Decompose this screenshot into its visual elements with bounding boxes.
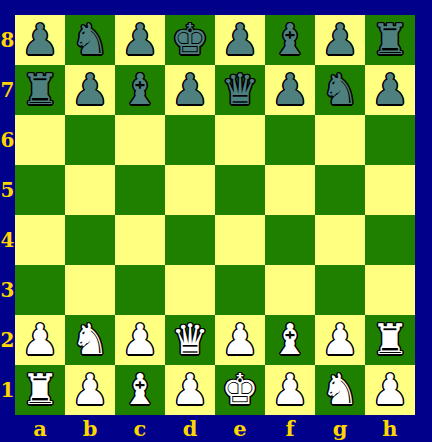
piece-white-pawn[interactable]: ♟: [21, 315, 59, 365]
square-e7[interactable]: ♛: [215, 65, 265, 115]
square-e1[interactable]: ♚: [215, 365, 265, 415]
square-h2[interactable]: ♜: [365, 315, 415, 365]
square-f8[interactable]: ♝: [265, 15, 315, 65]
square-d8[interactable]: ♚: [165, 15, 215, 65]
square-b2[interactable]: ♞: [65, 315, 115, 365]
square-h3[interactable]: [365, 265, 415, 315]
file-label-c: c: [115, 415, 165, 442]
square-a8[interactable]: ♟: [15, 15, 65, 65]
file-label-d: d: [165, 415, 215, 442]
square-e3[interactable]: [215, 265, 265, 315]
piece-black-king[interactable]: ♚: [171, 15, 209, 65]
square-d5[interactable]: [165, 165, 215, 215]
square-b1[interactable]: ♟: [65, 365, 115, 415]
piece-black-pawn[interactable]: ♟: [321, 15, 359, 65]
square-f7[interactable]: ♟: [265, 65, 315, 115]
square-a3[interactable]: [15, 265, 65, 315]
square-f3[interactable]: [265, 265, 315, 315]
square-a4[interactable]: [15, 215, 65, 265]
square-f5[interactable]: [265, 165, 315, 215]
piece-white-bishop[interactable]: ♝: [121, 365, 159, 415]
square-f4[interactable]: [265, 215, 315, 265]
square-c4[interactable]: [115, 215, 165, 265]
piece-white-queen[interactable]: ♛: [171, 315, 209, 365]
chess-board-frame: 87654321 ♟♞♟♚♟♝♟♜♜♟♝♟♛♟♞♟♟♞♟♛♟♝♟♜♜♟♝♟♚♟♞…: [0, 0, 432, 442]
square-a7[interactable]: ♜: [15, 65, 65, 115]
file-labels: abcdefgh: [15, 415, 415, 442]
square-d7[interactable]: ♟: [165, 65, 215, 115]
square-g2[interactable]: ♟: [315, 315, 365, 365]
file-label-e: e: [215, 415, 265, 442]
piece-white-pawn[interactable]: ♟: [171, 365, 209, 415]
piece-white-pawn[interactable]: ♟: [271, 365, 309, 415]
piece-black-queen[interactable]: ♛: [221, 65, 259, 115]
square-h4[interactable]: [365, 215, 415, 265]
square-e2[interactable]: ♟: [215, 315, 265, 365]
square-h1[interactable]: ♟: [365, 365, 415, 415]
piece-black-pawn[interactable]: ♟: [271, 65, 309, 115]
piece-white-pawn[interactable]: ♟: [221, 315, 259, 365]
square-b8[interactable]: ♞: [65, 15, 115, 65]
square-d1[interactable]: ♟: [165, 365, 215, 415]
square-f6[interactable]: [265, 115, 315, 165]
square-d6[interactable]: [165, 115, 215, 165]
piece-black-pawn[interactable]: ♟: [71, 65, 109, 115]
rank-labels: 87654321: [0, 15, 15, 415]
piece-black-bishop[interactable]: ♝: [121, 65, 159, 115]
square-h8[interactable]: ♜: [365, 15, 415, 65]
square-a1[interactable]: ♜: [15, 365, 65, 415]
square-c2[interactable]: ♟: [115, 315, 165, 365]
square-c6[interactable]: [115, 115, 165, 165]
piece-black-bishop[interactable]: ♝: [271, 15, 309, 65]
file-label-g: g: [315, 415, 365, 442]
square-g6[interactable]: [315, 115, 365, 165]
rank-label-3: 3: [0, 265, 15, 315]
square-b6[interactable]: [65, 115, 115, 165]
square-g8[interactable]: ♟: [315, 15, 365, 65]
square-g7[interactable]: ♞: [315, 65, 365, 115]
square-h6[interactable]: [365, 115, 415, 165]
piece-black-pawn[interactable]: ♟: [371, 65, 409, 115]
piece-black-pawn[interactable]: ♟: [21, 15, 59, 65]
piece-black-knight[interactable]: ♞: [321, 65, 359, 115]
piece-white-pawn[interactable]: ♟: [121, 315, 159, 365]
rank-label-1: 1: [0, 365, 15, 415]
square-g5[interactable]: [315, 165, 365, 215]
square-g3[interactable]: [315, 265, 365, 315]
square-e8[interactable]: ♟: [215, 15, 265, 65]
piece-black-pawn[interactable]: ♟: [121, 15, 159, 65]
square-a2[interactable]: ♟: [15, 315, 65, 365]
piece-white-bishop[interactable]: ♝: [271, 315, 309, 365]
piece-black-pawn[interactable]: ♟: [171, 65, 209, 115]
square-c8[interactable]: ♟: [115, 15, 165, 65]
square-g1[interactable]: ♞: [315, 365, 365, 415]
square-e4[interactable]: [215, 215, 265, 265]
piece-white-pawn[interactable]: ♟: [371, 365, 409, 415]
square-c3[interactable]: [115, 265, 165, 315]
rank-label-7: 7: [0, 65, 15, 115]
piece-white-pawn[interactable]: ♟: [321, 315, 359, 365]
piece-white-rook[interactable]: ♜: [371, 315, 409, 365]
square-c1[interactable]: ♝: [115, 365, 165, 415]
rank-label-5: 5: [0, 165, 15, 215]
file-label-b: b: [65, 415, 115, 442]
square-b7[interactable]: ♟: [65, 65, 115, 115]
rank-label-6: 6: [0, 115, 15, 165]
square-a6[interactable]: [15, 115, 65, 165]
square-b5[interactable]: [65, 165, 115, 215]
rank-label-4: 4: [0, 215, 15, 265]
piece-black-pawn[interactable]: ♟: [221, 15, 259, 65]
square-e5[interactable]: [215, 165, 265, 215]
square-c7[interactable]: ♝: [115, 65, 165, 115]
piece-black-rook[interactable]: ♜: [21, 65, 59, 115]
piece-black-knight[interactable]: ♞: [71, 15, 109, 65]
file-label-h: h: [365, 415, 415, 442]
square-a5[interactable]: [15, 165, 65, 215]
file-label-a: a: [15, 415, 65, 442]
square-h5[interactable]: [365, 165, 415, 215]
chess-board[interactable]: ♟♞♟♚♟♝♟♜♜♟♝♟♛♟♞♟♟♞♟♛♟♝♟♜♜♟♝♟♚♟♞♟: [15, 15, 415, 415]
square-b3[interactable]: [65, 265, 115, 315]
square-g4[interactable]: [315, 215, 365, 265]
square-d3[interactable]: [165, 265, 215, 315]
square-f2[interactable]: ♝: [265, 315, 315, 365]
rank-label-8: 8: [0, 15, 15, 65]
piece-black-rook[interactable]: ♜: [371, 15, 409, 65]
piece-white-rook[interactable]: ♜: [21, 365, 59, 415]
square-f1[interactable]: ♟: [265, 365, 315, 415]
square-c5[interactable]: [115, 165, 165, 215]
square-h7[interactable]: ♟: [365, 65, 415, 115]
file-label-f: f: [265, 415, 315, 442]
piece-white-pawn[interactable]: ♟: [71, 365, 109, 415]
square-d2[interactable]: ♛: [165, 315, 215, 365]
rank-label-2: 2: [0, 315, 15, 365]
square-d4[interactable]: [165, 215, 215, 265]
square-e6[interactable]: [215, 115, 265, 165]
piece-white-king[interactable]: ♚: [221, 365, 259, 415]
square-b4[interactable]: [65, 215, 115, 265]
piece-white-knight[interactable]: ♞: [321, 365, 359, 415]
piece-white-knight[interactable]: ♞: [71, 315, 109, 365]
